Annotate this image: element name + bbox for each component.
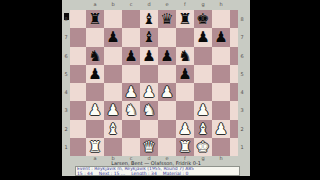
next-move-label: Next : 15 ... xyxy=(99,172,125,176)
piece-white-pawn: ♟ xyxy=(140,83,158,101)
rank-label: 6 xyxy=(238,47,246,65)
square-f5[interactable]: ♟ xyxy=(176,65,194,83)
rank-label: 7 xyxy=(238,28,246,46)
square-f6[interactable]: ♞ xyxy=(176,47,194,65)
square-c7[interactable] xyxy=(122,28,140,46)
piece-black-king: ♚ xyxy=(194,10,212,28)
square-g2[interactable]: ♝ xyxy=(194,120,212,138)
square-h1[interactable] xyxy=(212,138,230,156)
square-a6[interactable]: ♞ xyxy=(86,47,104,65)
file-label: c xyxy=(122,1,140,7)
square-g7[interactable]: ♟ xyxy=(194,28,212,46)
square-h2[interactable]: ♟ xyxy=(212,120,230,138)
square-e2[interactable] xyxy=(158,120,176,138)
square-d5[interactable] xyxy=(140,65,158,83)
board-frame-cell xyxy=(230,120,238,138)
square-a8[interactable]: ♜ xyxy=(86,10,104,28)
rank-label: 4 xyxy=(62,83,70,101)
square-c6[interactable]: ♟ xyxy=(122,47,140,65)
board-frame-cell xyxy=(230,10,238,28)
square-a7[interactable] xyxy=(86,28,104,46)
file-label: b xyxy=(104,1,122,7)
board-frame-cell xyxy=(70,10,86,28)
board-frame-cell xyxy=(230,47,238,65)
piece-black-pawn: ♟ xyxy=(194,28,212,46)
square-a3[interactable]: ♟ xyxy=(86,101,104,119)
rank-label: 8 xyxy=(238,10,246,28)
square-g5[interactable] xyxy=(194,65,212,83)
piece-white-pawn: ♟ xyxy=(158,83,176,101)
square-a1[interactable]: ♜ xyxy=(86,138,104,156)
square-e3[interactable] xyxy=(158,101,176,119)
board-frame-cell xyxy=(70,83,86,101)
video-frame: { "game": "chess", "position": { "fen": … xyxy=(0,0,320,180)
square-b7[interactable]: ♟ xyxy=(104,28,122,46)
square-c2[interactable] xyxy=(122,120,140,138)
square-c3[interactable]: ♞ xyxy=(122,101,140,119)
rank-label: 8 xyxy=(62,10,70,28)
square-h5[interactable] xyxy=(212,65,230,83)
square-e8[interactable]: ♛ xyxy=(158,10,176,28)
square-h6[interactable] xyxy=(212,47,230,65)
board-frame-cell xyxy=(230,28,238,46)
piece-black-pawn: ♟ xyxy=(158,47,176,65)
square-g1[interactable]: ♚ xyxy=(194,138,212,156)
rank-label: 2 xyxy=(62,120,70,138)
square-c1[interactable] xyxy=(122,138,140,156)
square-e5[interactable] xyxy=(158,65,176,83)
square-c4[interactable]: ♟ xyxy=(122,83,140,101)
piece-black-knight: ♞ xyxy=(176,47,194,65)
piece-black-rook: ♜ xyxy=(86,10,104,28)
piece-black-bishop: ♝ xyxy=(140,10,158,28)
rank-labels-right: 87654321 xyxy=(238,10,246,156)
file-label: a xyxy=(86,1,104,7)
board-frame-cell xyxy=(70,138,86,156)
board-frame-cell xyxy=(230,83,238,101)
rank-label: 2 xyxy=(238,120,246,138)
square-f3[interactable] xyxy=(176,101,194,119)
piece-white-knight: ♞ xyxy=(122,101,140,119)
rank-labels-left: 87654321 xyxy=(62,10,70,156)
material-label: Material : 0 xyxy=(163,172,189,176)
piece-white-bishop: ♝ xyxy=(104,120,122,138)
square-b1[interactable] xyxy=(104,138,122,156)
piece-white-king: ♚ xyxy=(194,138,212,156)
square-b2[interactable]: ♝ xyxy=(104,120,122,138)
piece-black-pawn: ♟ xyxy=(176,65,194,83)
square-f7[interactable] xyxy=(176,28,194,46)
square-a5[interactable]: ♟ xyxy=(86,65,104,83)
square-b4[interactable] xyxy=(104,83,122,101)
square-e6[interactable]: ♟ xyxy=(158,47,176,65)
square-e4[interactable]: ♟ xyxy=(158,83,176,101)
board-frame-cell xyxy=(230,65,238,83)
square-d6[interactable]: ♟ xyxy=(140,47,158,65)
square-e7[interactable] xyxy=(158,28,176,46)
square-h4[interactable] xyxy=(212,83,230,101)
square-a4[interactable] xyxy=(86,83,104,101)
square-f8[interactable]: ♜ xyxy=(176,10,194,28)
square-d1[interactable]: ♛ xyxy=(140,138,158,156)
piece-white-rook: ♜ xyxy=(176,138,194,156)
square-b3[interactable]: ♟ xyxy=(104,101,122,119)
rank-label: 1 xyxy=(62,138,70,156)
piece-white-pawn: ♟ xyxy=(194,101,212,119)
piece-white-pawn: ♟ xyxy=(122,83,140,101)
rank-label: 5 xyxy=(238,65,246,83)
chess-board: ♜♝♛♜♚♟♝♟♟♞♟♟♟♞♟♟♟♟♟♟♟♞♞♟♝♟♝♟♜♛♜♚ xyxy=(70,10,238,156)
board-frame-cell xyxy=(70,65,86,83)
game-length-label: Length : 34 xyxy=(131,172,157,176)
piece-black-pawn: ♟ xyxy=(104,28,122,46)
square-a2[interactable] xyxy=(86,120,104,138)
square-d2[interactable] xyxy=(140,120,158,138)
square-c8[interactable] xyxy=(122,10,140,28)
square-h3[interactable] xyxy=(212,101,230,119)
square-c5[interactable] xyxy=(122,65,140,83)
rank-label: 1 xyxy=(238,138,246,156)
piece-white-knight: ♞ xyxy=(140,101,158,119)
square-b5[interactable] xyxy=(104,65,122,83)
rank-label: 5 xyxy=(62,65,70,83)
board-frame-cell xyxy=(70,120,86,138)
piece-black-pawn: ♟ xyxy=(86,65,104,83)
piece-white-pawn: ♟ xyxy=(86,101,104,119)
square-g3[interactable]: ♟ xyxy=(194,101,212,119)
piece-white-pawn: ♟ xyxy=(104,101,122,119)
square-b8[interactable] xyxy=(104,10,122,28)
board-frame-cell xyxy=(230,138,238,156)
square-f4[interactable] xyxy=(176,83,194,101)
file-label: d xyxy=(140,1,158,7)
piece-black-pawn: ♟ xyxy=(122,47,140,65)
clock-value: 15 : 44 xyxy=(77,172,93,176)
piece-white-pawn: ♟ xyxy=(176,120,194,138)
file-label: f xyxy=(176,1,194,7)
file-labels-top: abcdefgh xyxy=(86,1,230,7)
status-line: 15 : 44 Next : 15 ... Length : 34 Materi… xyxy=(77,172,239,176)
square-h7[interactable]: ♟ xyxy=(212,28,230,46)
game-info-box: Event : Reykjavik m, Reykjavik (1955, Ro… xyxy=(75,166,240,176)
piece-black-pawn: ♟ xyxy=(212,28,230,46)
square-d7[interactable]: ♝ xyxy=(140,28,158,46)
square-d8[interactable]: ♝ xyxy=(140,10,158,28)
square-d3[interactable]: ♞ xyxy=(140,101,158,119)
square-h8[interactable] xyxy=(212,10,230,28)
rank-label: 6 xyxy=(62,47,70,65)
square-b6[interactable] xyxy=(104,47,122,65)
square-g4[interactable] xyxy=(194,83,212,101)
rank-label: 3 xyxy=(62,101,70,119)
file-label: g xyxy=(194,1,212,7)
piece-black-bishop: ♝ xyxy=(140,28,158,46)
piece-white-pawn: ♟ xyxy=(212,120,230,138)
piece-black-pawn: ♟ xyxy=(140,47,158,65)
piece-black-queen: ♛ xyxy=(158,10,176,28)
rank-label: 7 xyxy=(62,28,70,46)
square-e1[interactable] xyxy=(158,138,176,156)
square-f1[interactable]: ♜ xyxy=(176,138,194,156)
board-frame-cell xyxy=(230,101,238,119)
square-g8[interactable]: ♚ xyxy=(194,10,212,28)
square-d4[interactable]: ♟ xyxy=(140,83,158,101)
file-label: h xyxy=(212,1,230,7)
square-f2[interactable]: ♟ xyxy=(176,120,194,138)
piece-white-bishop: ♝ xyxy=(194,120,212,138)
file-label: e xyxy=(158,1,176,7)
square-g6[interactable] xyxy=(194,47,212,65)
rank-label: 3 xyxy=(238,101,246,119)
piece-white-rook: ♜ xyxy=(86,138,104,156)
piece-black-knight: ♞ xyxy=(86,47,104,65)
board-frame-cell xyxy=(70,101,86,119)
piece-white-queen: ♛ xyxy=(140,138,158,156)
board-frame-cell xyxy=(70,47,86,65)
board-frame-cell xyxy=(70,28,86,46)
piece-black-rook: ♜ xyxy=(176,10,194,28)
rank-label: 4 xyxy=(238,83,246,101)
